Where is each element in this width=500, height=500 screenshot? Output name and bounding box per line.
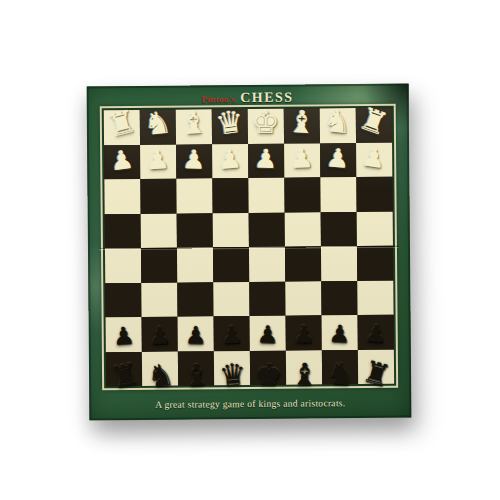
square-r2c5: ♟ [248,143,284,178]
white-pawn: ♟ [109,143,136,176]
tagline-strip: A great strategy game of kings and arist… [89,388,411,421]
square-r4c7 [321,212,357,247]
white-pawn: ♟ [254,143,279,174]
square-r5c2 [141,248,177,283]
square-r5c5 [249,247,285,282]
white-rook: ♜ [104,102,140,144]
square-r1c6: ♝ [284,108,320,143]
square-r4c2 [141,213,177,248]
square-r7c3: ♟ [178,316,214,351]
square-r7c1: ♟ [106,317,142,352]
white-queen: ♛ [214,103,246,142]
chess-box: Pintoo'sCHESS ♜♞♝♛♚♝♞♜♟♟♟♟♟♟♟♟♟♟♟♟♟♟♟♟♜♞… [87,84,412,421]
square-r3c2 [140,179,176,214]
square-r4c1 [105,213,141,248]
square-r4c4 [213,213,249,248]
black-pawn: ♟ [220,321,243,350]
square-r6c6 [285,281,321,316]
square-r5c8 [357,246,393,281]
square-r1c8: ♜ [356,108,392,143]
square-r4c8 [357,211,393,246]
square-r6c8 [357,280,393,315]
box-tagline: A great strategy game of kings and arist… [155,398,345,410]
white-knight: ♞ [322,102,353,140]
square-r8c2: ♞ [142,351,178,386]
square-r1c7: ♞ [320,108,356,143]
white-pawn: ♟ [290,143,315,174]
white-bishop: ♝ [179,104,209,142]
square-r4c3 [177,213,213,248]
black-bishop: ♝ [182,357,211,394]
square-r8c7: ♞ [322,350,358,385]
square-r6c1 [105,282,141,317]
square-r5c4 [213,247,249,282]
white-rook: ♜ [355,100,393,143]
square-r6c7 [321,281,357,316]
square-r8c1: ♜ [106,351,142,386]
black-pawn: ♟ [148,322,171,351]
square-r1c2: ♞ [140,110,176,145]
square-r2c8: ♟ [356,142,392,177]
square-r4c5 [249,212,285,247]
square-r8c5: ♚ [250,350,286,385]
square-r7c8: ♟ [358,315,394,350]
square-r5c1 [105,248,141,283]
black-pawn: ♟ [185,322,207,350]
square-r6c3 [177,282,213,317]
black-bishop: ♝ [290,356,318,392]
white-knight: ♞ [142,104,173,142]
black-pawn: ♟ [112,322,136,352]
square-r8c8: ♜ [358,349,394,384]
black-queen: ♛ [217,356,247,393]
square-r2c6: ♟ [284,143,320,178]
white-pawn: ♟ [217,143,243,175]
square-r3c3 [176,178,212,213]
square-r4c6 [285,212,321,247]
square-r8c3: ♝ [178,351,214,386]
black-pawn: ♟ [293,321,315,349]
black-pawn: ♟ [328,320,351,349]
square-r2c3: ♟ [176,144,212,179]
square-r3c4 [212,178,248,213]
square-r7c6: ♟ [286,315,322,350]
white-pawn: ♟ [146,144,171,175]
square-r2c4: ♟ [212,144,248,179]
square-r2c2: ♟ [140,144,176,179]
square-r6c5 [249,281,285,316]
square-r2c7: ♟ [320,143,356,178]
square-r1c1: ♜ [104,110,140,145]
white-king: ♚ [251,104,280,141]
black-king: ♚ [254,357,282,393]
square-r5c6 [285,246,321,281]
box-title: CHESS [240,90,294,105]
square-r6c4 [213,281,249,316]
square-r3c6 [284,177,320,212]
square-r1c4: ♛ [212,109,248,144]
black-knight: ♞ [325,355,356,393]
square-r5c3 [177,247,213,282]
black-pawn: ♟ [257,321,279,350]
square-r3c5 [248,178,284,213]
square-r7c5: ♟ [250,316,286,351]
square-r7c7: ♟ [322,315,358,350]
black-pawn: ♟ [364,319,388,349]
white-pawn: ♟ [360,141,387,174]
square-r3c8 [356,177,392,212]
square-r2c1: ♟ [104,144,140,179]
white-bishop: ♝ [287,103,317,141]
square-r5c7 [321,246,357,281]
white-pawn: ♟ [325,142,351,174]
square-r7c2: ♟ [142,317,178,352]
square-r1c5: ♚ [248,109,284,144]
square-r3c1 [104,179,140,214]
white-pawn: ♟ [182,144,206,175]
black-knight: ♞ [145,357,175,394]
square-r3c7 [320,177,356,212]
square-r6c2 [141,282,177,317]
square-r8c4: ♛ [214,350,250,385]
square-r1c3: ♝ [176,109,212,144]
square-r7c4: ♟ [214,316,250,351]
chess-board: ♜♞♝♛♚♝♞♜♟♟♟♟♟♟♟♟♟♟♟♟♟♟♟♟♜♞♝♛♚♝♞♜ [104,108,394,387]
board-frame: ♜♞♝♛♚♝♞♜♟♟♟♟♟♟♟♟♟♟♟♟♟♟♟♟♜♞♝♛♚♝♞♜ [100,104,398,391]
square-r8c6: ♝ [286,350,322,385]
